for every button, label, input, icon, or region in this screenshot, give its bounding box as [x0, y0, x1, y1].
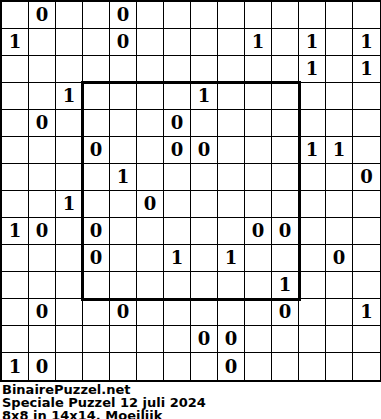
cell-empty[interactable]	[218, 56, 245, 83]
cell-empty[interactable]	[2, 299, 29, 326]
cell-empty[interactable]	[137, 272, 164, 299]
cell-empty[interactable]	[353, 326, 380, 353]
cell-empty[interactable]	[299, 83, 326, 110]
cell-empty[interactable]	[353, 353, 380, 380]
cell-empty[interactable]	[110, 83, 137, 110]
cell-given: 0	[353, 164, 380, 191]
cell-empty[interactable]	[29, 137, 56, 164]
cell-given: 0	[29, 353, 56, 380]
cell-empty[interactable]	[56, 245, 83, 272]
cell-given: 1	[218, 245, 245, 272]
cell-empty[interactable]	[2, 2, 29, 29]
cell-empty[interactable]	[326, 2, 353, 29]
cell-empty[interactable]	[137, 326, 164, 353]
cell-empty[interactable]	[326, 110, 353, 137]
footer: BinairePuzzel.net Speciale Puzzel 12 jul…	[0, 382, 381, 419]
cell-empty[interactable]	[56, 218, 83, 245]
cell-empty[interactable]	[191, 353, 218, 380]
puzzle-info: 8x8 in 14x14, Moeilijk	[2, 409, 381, 419]
cell-empty[interactable]	[56, 2, 83, 29]
cell-empty[interactable]	[2, 164, 29, 191]
cell-empty[interactable]	[2, 272, 29, 299]
cell-given: 0	[164, 137, 191, 164]
cell-empty[interactable]	[272, 137, 299, 164]
binary-puzzle-page: 0010111111100000111010100000110100010010…	[0, 0, 381, 419]
cell-empty[interactable]	[272, 110, 299, 137]
cell-given: 1	[353, 299, 380, 326]
cell-empty[interactable]	[191, 191, 218, 218]
cell-empty[interactable]	[137, 29, 164, 56]
cell-empty[interactable]	[245, 56, 272, 83]
cell-empty[interactable]	[245, 326, 272, 353]
cell-empty[interactable]	[2, 191, 29, 218]
cell-empty[interactable]	[245, 245, 272, 272]
cell-empty[interactable]	[326, 29, 353, 56]
cell-empty[interactable]	[137, 299, 164, 326]
cell-empty[interactable]	[137, 110, 164, 137]
cell-empty[interactable]	[56, 353, 83, 380]
cell-empty[interactable]	[110, 353, 137, 380]
cell-empty[interactable]	[2, 56, 29, 83]
cell-empty[interactable]	[245, 164, 272, 191]
cell-given: 1	[2, 218, 29, 245]
cell-empty[interactable]	[245, 299, 272, 326]
cell-empty[interactable]	[218, 2, 245, 29]
cell-empty[interactable]	[83, 29, 110, 56]
cell-given: 1	[299, 29, 326, 56]
cell-empty[interactable]	[299, 218, 326, 245]
cell-empty[interactable]	[110, 56, 137, 83]
cell-given: 0	[110, 29, 137, 56]
cell-empty[interactable]	[326, 83, 353, 110]
cell-empty[interactable]	[191, 245, 218, 272]
cell-empty[interactable]	[353, 2, 380, 29]
cell-empty[interactable]	[353, 245, 380, 272]
cell-empty[interactable]	[164, 56, 191, 83]
cell-empty[interactable]	[218, 272, 245, 299]
cell-given: 1	[2, 29, 29, 56]
cell-empty[interactable]	[83, 191, 110, 218]
cell-empty[interactable]	[299, 353, 326, 380]
cell-empty[interactable]	[191, 218, 218, 245]
cell-empty[interactable]	[272, 326, 299, 353]
cell-empty[interactable]	[110, 245, 137, 272]
cell-empty[interactable]	[299, 164, 326, 191]
cell-empty[interactable]	[83, 164, 110, 191]
cell-empty[interactable]	[56, 137, 83, 164]
cell-given: 1	[353, 56, 380, 83]
cell-empty[interactable]	[2, 83, 29, 110]
cell-empty[interactable]	[110, 326, 137, 353]
cell-empty[interactable]	[272, 29, 299, 56]
cell-empty[interactable]	[299, 272, 326, 299]
cell-empty[interactable]	[299, 245, 326, 272]
cell-empty[interactable]	[137, 218, 164, 245]
cell-given: 0	[137, 191, 164, 218]
cell-given: 0	[218, 353, 245, 380]
cell-given: 1	[272, 272, 299, 299]
cell-given: 1	[326, 137, 353, 164]
cell-empty[interactable]	[245, 2, 272, 29]
cell-given: 0	[83, 137, 110, 164]
cell-given: 1	[299, 137, 326, 164]
cell-given: 1	[299, 56, 326, 83]
cell-empty[interactable]	[110, 218, 137, 245]
cell-empty[interactable]	[29, 191, 56, 218]
cell-empty[interactable]	[164, 272, 191, 299]
cell-empty[interactable]	[191, 2, 218, 29]
cell-empty[interactable]	[2, 110, 29, 137]
cell-empty[interactable]	[218, 164, 245, 191]
cell-given: 0	[83, 245, 110, 272]
cell-given: 0	[191, 326, 218, 353]
cell-empty[interactable]	[272, 2, 299, 29]
cell-empty[interactable]	[353, 272, 380, 299]
cell-empty[interactable]	[83, 83, 110, 110]
cell-given: 0	[245, 218, 272, 245]
cell-empty[interactable]	[272, 164, 299, 191]
cell-empty[interactable]	[245, 137, 272, 164]
cell-empty[interactable]	[191, 164, 218, 191]
cell-given: 1	[56, 191, 83, 218]
cell-empty[interactable]	[29, 56, 56, 83]
cell-empty[interactable]	[164, 29, 191, 56]
cell-empty[interactable]	[326, 326, 353, 353]
cell-empty[interactable]	[218, 29, 245, 56]
cell-empty[interactable]	[191, 272, 218, 299]
cell-empty[interactable]	[110, 110, 137, 137]
cell-given: 0	[110, 299, 137, 326]
cell-empty[interactable]	[218, 191, 245, 218]
cell-empty[interactable]	[326, 272, 353, 299]
cell-given: 0	[29, 299, 56, 326]
cell-empty[interactable]	[218, 110, 245, 137]
cell-empty[interactable]	[353, 191, 380, 218]
cell-given: 1	[245, 29, 272, 56]
cell-empty[interactable]	[245, 353, 272, 380]
cell-empty[interactable]	[326, 353, 353, 380]
cell-empty[interactable]	[83, 2, 110, 29]
cell-empty[interactable]	[191, 29, 218, 56]
cell-empty[interactable]	[299, 191, 326, 218]
cell-given: 0	[29, 218, 56, 245]
cell-empty[interactable]	[137, 353, 164, 380]
cell-given: 1	[2, 353, 29, 380]
cell-empty[interactable]	[245, 83, 272, 110]
cell-empty[interactable]	[137, 83, 164, 110]
cell-empty[interactable]	[29, 326, 56, 353]
cell-empty[interactable]	[299, 326, 326, 353]
cell-given: 0	[191, 137, 218, 164]
cell-empty[interactable]	[218, 83, 245, 110]
cell-empty[interactable]	[110, 191, 137, 218]
cell-empty[interactable]	[299, 299, 326, 326]
cell-empty[interactable]	[245, 110, 272, 137]
cell-empty[interactable]	[2, 326, 29, 353]
cell-empty[interactable]	[245, 272, 272, 299]
cell-empty[interactable]	[326, 191, 353, 218]
cell-empty[interactable]	[137, 2, 164, 29]
cell-empty[interactable]	[83, 326, 110, 353]
cell-given: 0	[272, 218, 299, 245]
cell-empty[interactable]	[56, 326, 83, 353]
cell-given: 0	[272, 299, 299, 326]
cell-empty[interactable]	[245, 191, 272, 218]
puzzle-board: 0010111111100000111010100000110100010010…	[0, 0, 381, 382]
cell-empty[interactable]	[83, 56, 110, 83]
cell-empty[interactable]	[83, 272, 110, 299]
cell-empty[interactable]	[326, 218, 353, 245]
cell-given: 1	[164, 245, 191, 272]
cell-empty[interactable]	[164, 299, 191, 326]
cell-empty[interactable]	[164, 218, 191, 245]
cell-given: 0	[326, 245, 353, 272]
cell-empty[interactable]	[29, 164, 56, 191]
cell-empty[interactable]	[2, 245, 29, 272]
cell-empty[interactable]	[164, 164, 191, 191]
cell-empty[interactable]	[83, 110, 110, 137]
cell-empty[interactable]	[56, 164, 83, 191]
cell-empty[interactable]	[164, 353, 191, 380]
cell-given: 0	[83, 218, 110, 245]
cell-empty[interactable]	[353, 83, 380, 110]
cell-empty[interactable]	[164, 326, 191, 353]
cell-empty[interactable]	[164, 83, 191, 110]
cell-empty[interactable]	[191, 299, 218, 326]
cell-empty[interactable]	[299, 110, 326, 137]
cell-empty[interactable]	[2, 137, 29, 164]
cell-given: 1	[56, 83, 83, 110]
cell-empty[interactable]	[353, 110, 380, 137]
cell-given: 0	[29, 110, 56, 137]
cell-empty[interactable]	[137, 245, 164, 272]
cell-empty[interactable]	[218, 299, 245, 326]
cell-empty[interactable]	[56, 299, 83, 326]
cell-given: 0	[29, 2, 56, 29]
cell-empty[interactable]	[191, 110, 218, 137]
cell-empty[interactable]	[218, 137, 245, 164]
cell-empty[interactable]	[164, 2, 191, 29]
cell-empty[interactable]	[137, 137, 164, 164]
cell-given: 1	[353, 29, 380, 56]
cell-empty[interactable]	[83, 353, 110, 380]
cell-empty[interactable]	[191, 56, 218, 83]
cell-empty[interactable]	[272, 353, 299, 380]
cell-empty[interactable]	[326, 56, 353, 83]
cell-empty[interactable]	[272, 83, 299, 110]
cell-empty[interactable]	[272, 56, 299, 83]
cell-empty[interactable]	[326, 164, 353, 191]
cell-empty[interactable]	[164, 191, 191, 218]
cell-empty[interactable]	[326, 299, 353, 326]
cell-given: 0	[218, 326, 245, 353]
cell-empty[interactable]	[110, 272, 137, 299]
cell-empty[interactable]	[353, 218, 380, 245]
cell-empty[interactable]	[137, 164, 164, 191]
cell-empty[interactable]	[299, 2, 326, 29]
cell-empty[interactable]	[272, 191, 299, 218]
cell-empty[interactable]	[110, 137, 137, 164]
cell-empty[interactable]	[83, 299, 110, 326]
cell-empty[interactable]	[272, 245, 299, 272]
cell-given: 1	[191, 83, 218, 110]
cell-empty[interactable]	[29, 272, 56, 299]
cell-empty[interactable]	[56, 110, 83, 137]
cell-given: 0	[164, 110, 191, 137]
cell-empty[interactable]	[353, 137, 380, 164]
cell-empty[interactable]	[56, 56, 83, 83]
cell-empty[interactable]	[218, 218, 245, 245]
cell-empty[interactable]	[29, 245, 56, 272]
cell-given: 0	[110, 2, 137, 29]
cell-empty[interactable]	[56, 29, 83, 56]
cell-empty[interactable]	[29, 29, 56, 56]
cell-given: 1	[110, 164, 137, 191]
cell-empty[interactable]	[56, 272, 83, 299]
cell-empty[interactable]	[29, 83, 56, 110]
cell-empty[interactable]	[137, 56, 164, 83]
